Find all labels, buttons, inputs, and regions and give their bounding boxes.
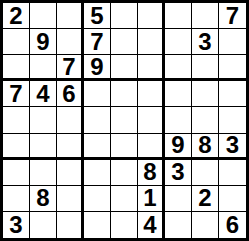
cell-r3c8[interactable] — [192, 55, 219, 81]
cell-r9c3[interactable] — [57, 212, 84, 238]
cell-r3c9[interactable] — [219, 55, 246, 81]
cell-r1c7[interactable] — [165, 3, 192, 29]
cell-r9c1[interactable]: 3 — [3, 212, 30, 238]
cell-r1c6[interactable] — [138, 3, 165, 29]
cell-r4c6[interactable] — [138, 81, 165, 107]
cell-r4c5[interactable] — [111, 81, 138, 107]
cell-r6c3[interactable] — [57, 134, 84, 160]
cell-r8c9[interactable] — [219, 186, 246, 212]
cell-r2c1[interactable] — [3, 29, 30, 55]
cell-r1c5[interactable] — [111, 3, 138, 29]
cell-r5c2[interactable] — [30, 107, 57, 133]
cell-r8c1[interactable] — [3, 186, 30, 212]
cell-r2c2[interactable]: 9 — [30, 29, 57, 55]
cell-r5c1[interactable] — [3, 107, 30, 133]
cell-r2c8[interactable]: 3 — [192, 29, 219, 55]
cell-r9c9[interactable]: 6 — [219, 212, 246, 238]
cell-r3c3[interactable]: 7 — [57, 55, 84, 81]
cell-r7c5[interactable] — [111, 160, 138, 186]
cell-r4c2[interactable]: 4 — [30, 81, 57, 107]
cell-r3c4[interactable]: 9 — [84, 55, 111, 81]
cell-r9c5[interactable] — [111, 212, 138, 238]
cell-r8c6[interactable]: 1 — [138, 186, 165, 212]
cell-r9c4[interactable] — [84, 212, 111, 238]
cell-r7c4[interactable] — [84, 160, 111, 186]
cell-r7c8[interactable] — [192, 160, 219, 186]
cell-r4c9[interactable] — [219, 81, 246, 107]
cell-r6c7[interactable]: 9 — [165, 134, 192, 160]
sudoku-board: 2579737974698383812346 — [0, 0, 249, 241]
cell-r7c1[interactable] — [3, 160, 30, 186]
cell-r3c7[interactable] — [165, 55, 192, 81]
cell-r9c7[interactable] — [165, 212, 192, 238]
cell-r1c1[interactable]: 2 — [3, 3, 30, 29]
cell-r6c6[interactable] — [138, 134, 165, 160]
cell-r2c5[interactable] — [111, 29, 138, 55]
cell-r4c8[interactable] — [192, 81, 219, 107]
cell-r5c9[interactable] — [219, 107, 246, 133]
cell-r8c3[interactable] — [57, 186, 84, 212]
cell-r1c8[interactable] — [192, 3, 219, 29]
cell-r8c7[interactable] — [165, 186, 192, 212]
cell-r8c8[interactable]: 2 — [192, 186, 219, 212]
cell-r6c4[interactable] — [84, 134, 111, 160]
cell-r6c2[interactable] — [30, 134, 57, 160]
cell-r6c9[interactable]: 3 — [219, 134, 246, 160]
cell-r1c9[interactable]: 7 — [219, 3, 246, 29]
cell-r1c3[interactable] — [57, 3, 84, 29]
cell-r3c2[interactable] — [30, 55, 57, 81]
cell-r4c7[interactable] — [165, 81, 192, 107]
cell-r2c4[interactable]: 7 — [84, 29, 111, 55]
cell-r3c5[interactable] — [111, 55, 138, 81]
cell-r9c8[interactable] — [192, 212, 219, 238]
cell-r8c2[interactable]: 8 — [30, 186, 57, 212]
cell-r7c6[interactable]: 8 — [138, 160, 165, 186]
cell-r2c7[interactable] — [165, 29, 192, 55]
cell-r5c8[interactable] — [192, 107, 219, 133]
cell-r1c2[interactable] — [30, 3, 57, 29]
cell-r9c2[interactable] — [30, 212, 57, 238]
cell-r7c3[interactable] — [57, 160, 84, 186]
cell-r7c2[interactable] — [30, 160, 57, 186]
cell-r8c4[interactable] — [84, 186, 111, 212]
cell-r3c6[interactable] — [138, 55, 165, 81]
cell-r5c4[interactable] — [84, 107, 111, 133]
cell-r2c9[interactable] — [219, 29, 246, 55]
cell-r5c6[interactable] — [138, 107, 165, 133]
cell-r6c8[interactable]: 8 — [192, 134, 219, 160]
cell-r2c6[interactable] — [138, 29, 165, 55]
cell-r7c7[interactable]: 3 — [165, 160, 192, 186]
cell-r5c5[interactable] — [111, 107, 138, 133]
cell-r6c5[interactable] — [111, 134, 138, 160]
cell-r9c6[interactable]: 4 — [138, 212, 165, 238]
cell-r4c4[interactable] — [84, 81, 111, 107]
cell-r1c4[interactable]: 5 — [84, 3, 111, 29]
cell-r8c5[interactable] — [111, 186, 138, 212]
cell-r4c1[interactable]: 7 — [3, 81, 30, 107]
cell-r5c7[interactable] — [165, 107, 192, 133]
cell-r4c3[interactable]: 6 — [57, 81, 84, 107]
cell-r3c1[interactable] — [3, 55, 30, 81]
cell-r5c3[interactable] — [57, 107, 84, 133]
cell-r2c3[interactable] — [57, 29, 84, 55]
cell-r6c1[interactable] — [3, 134, 30, 160]
cell-r7c9[interactable] — [219, 160, 246, 186]
